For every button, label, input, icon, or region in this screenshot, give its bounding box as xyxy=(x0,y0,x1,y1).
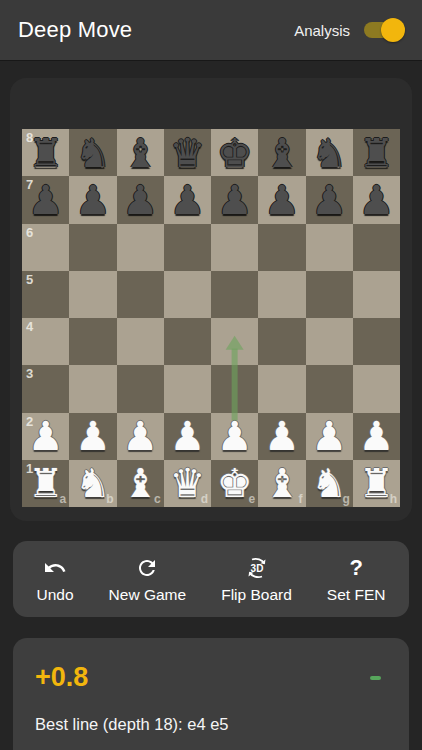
square-e2[interactable]: ♟ xyxy=(211,413,258,460)
square-h8[interactable]: ♜ xyxy=(353,129,400,176)
square-c7[interactable]: ♟ xyxy=(117,176,164,223)
piece-black-bishop: ♝ xyxy=(117,129,164,176)
file-label-d: d xyxy=(201,492,208,506)
square-c8[interactable]: ♝ xyxy=(117,129,164,176)
square-e4[interactable] xyxy=(211,318,258,365)
file-label-c: c xyxy=(154,492,161,506)
square-h7[interactable]: ♟ xyxy=(353,176,400,223)
square-g8[interactable]: ♞ xyxy=(306,129,353,176)
square-c1[interactable]: c♝ xyxy=(117,460,164,507)
square-h3[interactable] xyxy=(353,365,400,412)
square-e1[interactable]: e♚ xyxy=(211,460,258,507)
rank-label-1: 1 xyxy=(26,461,33,476)
square-d4[interactable] xyxy=(164,318,211,365)
piece-black-pawn: ♟ xyxy=(164,176,211,223)
new-game-label: New Game xyxy=(109,586,187,604)
piece-black-pawn: ♟ xyxy=(306,176,353,223)
board-wrap: 8♜♞♝♛♚♝♞♜7♟♟♟♟♟♟♟♟65432♟♟♟♟♟♟♟♟1a♜b♞c♝d♛… xyxy=(22,129,400,507)
piece-black-knight: ♞ xyxy=(69,129,116,176)
square-f1[interactable]: f♝ xyxy=(258,460,305,507)
square-a8[interactable]: 8♜ xyxy=(22,129,69,176)
file-label-b: b xyxy=(106,492,113,506)
piece-black-knight: ♞ xyxy=(306,129,353,176)
square-h6[interactable] xyxy=(353,224,400,271)
undo-button[interactable]: Undo xyxy=(29,551,82,608)
square-c4[interactable] xyxy=(117,318,164,365)
square-d7[interactable]: ♟ xyxy=(164,176,211,223)
square-h5[interactable] xyxy=(353,271,400,318)
square-f5[interactable] xyxy=(258,271,305,318)
square-d8[interactable]: ♛ xyxy=(164,129,211,176)
square-f4[interactable] xyxy=(258,318,305,365)
piece-white-pawn: ♟ xyxy=(258,413,305,460)
square-a2[interactable]: 2♟ xyxy=(22,413,69,460)
square-e7[interactable]: ♟ xyxy=(211,176,258,223)
3d-rotation-icon: 3D xyxy=(244,555,270,581)
square-a3[interactable]: 3 xyxy=(22,365,69,412)
rank-label-4: 4 xyxy=(26,319,33,334)
flip-board-label: Flip Board xyxy=(221,586,292,604)
app-title: Deep Move xyxy=(18,17,132,43)
piece-black-pawn: ♟ xyxy=(117,176,164,223)
piece-white-pawn: ♟ xyxy=(353,413,400,460)
piece-white-pawn: ♟ xyxy=(211,413,258,460)
square-g3[interactable] xyxy=(306,365,353,412)
square-f2[interactable]: ♟ xyxy=(258,413,305,460)
piece-black-pawn: ♟ xyxy=(69,176,116,223)
square-g7[interactable]: ♟ xyxy=(306,176,353,223)
set-fen-label: Set FEN xyxy=(327,586,386,604)
square-a4[interactable]: 4 xyxy=(22,318,69,365)
square-g6[interactable] xyxy=(306,224,353,271)
piece-black-pawn: ♟ xyxy=(258,176,305,223)
question-mark-icon: ? xyxy=(343,555,369,581)
square-e5[interactable] xyxy=(211,271,258,318)
square-d6[interactable] xyxy=(164,224,211,271)
square-e8[interactable]: ♚ xyxy=(211,129,258,176)
analysis-label: Analysis xyxy=(294,22,350,39)
rank-label-3: 3 xyxy=(26,366,33,381)
square-e6[interactable] xyxy=(211,224,258,271)
square-b8[interactable]: ♞ xyxy=(69,129,116,176)
piece-black-pawn: ♟ xyxy=(211,176,258,223)
square-b7[interactable]: ♟ xyxy=(69,176,116,223)
piece-black-king: ♚ xyxy=(211,129,258,176)
rank-label-7: 7 xyxy=(26,177,33,192)
undo-icon xyxy=(42,555,68,581)
piece-white-pawn: ♟ xyxy=(69,413,116,460)
rank-label-2: 2 xyxy=(26,414,33,429)
toolbar: Undo New Game 3D Flip Board ? Set FEN xyxy=(13,541,409,617)
square-f7[interactable]: ♟ xyxy=(258,176,305,223)
square-d5[interactable] xyxy=(164,271,211,318)
piece-black-rook: ♜ xyxy=(353,129,400,176)
square-d2[interactable]: ♟ xyxy=(164,413,211,460)
square-b5[interactable] xyxy=(69,271,116,318)
square-a6[interactable]: 6 xyxy=(22,224,69,271)
square-c2[interactable]: ♟ xyxy=(117,413,164,460)
file-label-h: h xyxy=(390,492,397,506)
evaluation-card: +0.8 Best line (depth 18): e4 e5 xyxy=(13,638,409,750)
undo-label: Undo xyxy=(37,586,74,604)
rank-label-5: 5 xyxy=(26,272,33,287)
square-f3[interactable] xyxy=(258,365,305,412)
square-c3[interactable] xyxy=(117,365,164,412)
piece-white-pawn: ♟ xyxy=(306,413,353,460)
piece-black-queen: ♛ xyxy=(164,129,211,176)
square-b1[interactable]: b♞ xyxy=(69,460,116,507)
square-b2[interactable]: ♟ xyxy=(69,413,116,460)
app-bar: Deep Move Analysis xyxy=(0,0,422,60)
square-b3[interactable] xyxy=(69,365,116,412)
board-card: 8♜♞♝♛♚♝♞♜7♟♟♟♟♟♟♟♟65432♟♟♟♟♟♟♟♟1a♜b♞c♝d♛… xyxy=(10,78,412,521)
toggle-thumb-icon xyxy=(381,18,405,42)
flip-board-button[interactable]: 3D Flip Board xyxy=(213,551,300,608)
file-label-a: a xyxy=(60,492,67,506)
square-g1[interactable]: g♞ xyxy=(306,460,353,507)
square-a5[interactable]: 5 xyxy=(22,271,69,318)
rank-label-8: 8 xyxy=(26,130,33,145)
square-b4[interactable] xyxy=(69,318,116,365)
square-f8[interactable]: ♝ xyxy=(258,129,305,176)
file-label-g: g xyxy=(342,492,349,506)
best-line-text: Best line (depth 18): e4 e5 xyxy=(35,715,387,734)
file-label-e: e xyxy=(249,492,256,506)
square-h2[interactable]: ♟ xyxy=(353,413,400,460)
square-g2[interactable]: ♟ xyxy=(306,413,353,460)
piece-white-pawn: ♟ xyxy=(117,413,164,460)
trend-dash-icon xyxy=(370,676,381,680)
set-fen-button[interactable]: ? Set FEN xyxy=(319,551,394,608)
square-a1[interactable]: 1a♜ xyxy=(22,460,69,507)
square-h4[interactable] xyxy=(353,318,400,365)
square-c6[interactable] xyxy=(117,224,164,271)
square-e3[interactable] xyxy=(211,365,258,412)
square-g4[interactable] xyxy=(306,318,353,365)
svg-text:3D: 3D xyxy=(250,563,263,574)
piece-black-pawn: ♟ xyxy=(353,176,400,223)
square-f6[interactable] xyxy=(258,224,305,271)
square-h1[interactable]: h♜ xyxy=(353,460,400,507)
square-g5[interactable] xyxy=(306,271,353,318)
rank-label-6: 6 xyxy=(26,225,33,240)
file-label-f: f xyxy=(299,492,303,506)
chess-board[interactable]: 8♜♞♝♛♚♝♞♜7♟♟♟♟♟♟♟♟65432♟♟♟♟♟♟♟♟1a♜b♞c♝d♛… xyxy=(22,129,400,507)
square-d1[interactable]: d♛ xyxy=(164,460,211,507)
piece-white-pawn: ♟ xyxy=(164,413,211,460)
piece-black-bishop: ♝ xyxy=(258,129,305,176)
evaluation-score: +0.8 xyxy=(35,662,387,693)
square-d3[interactable] xyxy=(164,365,211,412)
refresh-icon xyxy=(134,555,160,581)
analysis-toggle[interactable] xyxy=(364,18,404,42)
square-b6[interactable] xyxy=(69,224,116,271)
new-game-button[interactable]: New Game xyxy=(101,551,195,608)
square-a7[interactable]: 7♟ xyxy=(22,176,69,223)
square-c5[interactable] xyxy=(117,271,164,318)
